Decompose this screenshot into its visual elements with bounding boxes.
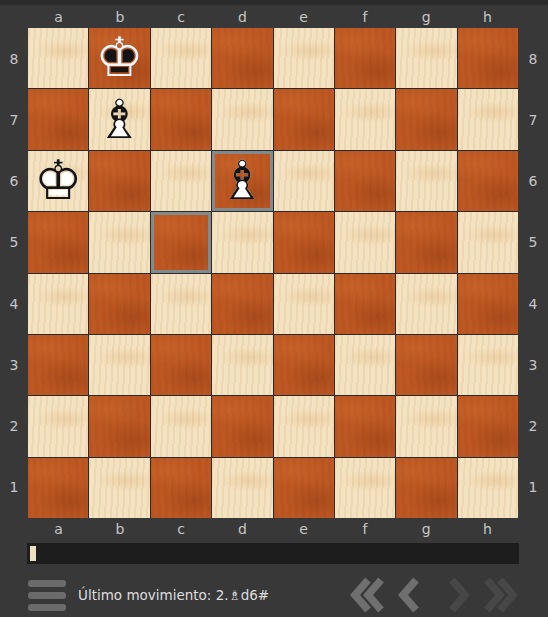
menu-button[interactable] — [28, 580, 66, 611]
square-h2[interactable] — [458, 396, 518, 456]
square-h6[interactable] — [458, 151, 518, 211]
rank-label-4: 4 — [518, 296, 548, 312]
square-f6[interactable] — [335, 151, 395, 211]
square-b6[interactable] — [89, 151, 149, 211]
square-c8[interactable] — [151, 28, 211, 88]
file-label-g: g — [396, 9, 457, 25]
square-c4[interactable] — [151, 274, 211, 334]
square-b3[interactable] — [89, 335, 149, 395]
square-d3[interactable] — [212, 335, 272, 395]
square-a7[interactable] — [28, 89, 88, 149]
square-e1[interactable] — [274, 458, 334, 518]
square-c1[interactable] — [151, 458, 211, 518]
square-e5[interactable] — [274, 212, 334, 272]
rank-label-3: 3 — [0, 357, 28, 373]
rank-label-2: 2 — [518, 418, 548, 434]
square-c3[interactable] — [151, 335, 211, 395]
file-label-c: c — [151, 521, 212, 537]
file-label-d: d — [212, 9, 273, 25]
file-label-f: f — [334, 9, 395, 25]
black-king[interactable]: ♚♔ — [89, 28, 149, 88]
square-g5[interactable] — [396, 212, 456, 272]
square-b5[interactable] — [89, 212, 149, 272]
file-label-f: f — [334, 521, 395, 537]
rank-label-5: 5 — [0, 234, 28, 250]
square-g8[interactable] — [396, 28, 456, 88]
square-b4[interactable] — [89, 274, 149, 334]
rank-label-8: 8 — [0, 51, 28, 67]
next-move-icon — [447, 576, 470, 614]
square-e8[interactable] — [274, 28, 334, 88]
square-e7[interactable] — [274, 89, 334, 149]
square-g2[interactable] — [396, 396, 456, 456]
square-d1[interactable] — [212, 458, 272, 518]
last-move-icon — [482, 576, 518, 614]
move-navigation — [350, 576, 518, 614]
square-b1[interactable] — [89, 458, 149, 518]
square-f7[interactable] — [335, 89, 395, 149]
square-f1[interactable] — [335, 458, 395, 518]
rank-label-1: 1 — [518, 479, 548, 495]
rank-label-6: 6 — [518, 173, 548, 189]
square-d4[interactable] — [212, 274, 272, 334]
square-a4[interactable] — [28, 274, 88, 334]
square-g6[interactable] — [396, 151, 456, 211]
square-g4[interactable] — [396, 274, 456, 334]
rank-label-7: 7 — [0, 112, 28, 128]
file-label-b: b — [89, 521, 150, 537]
square-d7[interactable] — [212, 89, 272, 149]
file-label-c: c — [151, 9, 212, 25]
white-bishop[interactable]: ♝♗ — [89, 89, 149, 149]
square-e2[interactable] — [274, 396, 334, 456]
rank-label-6: 6 — [0, 173, 28, 189]
first-move-icon — [350, 576, 386, 614]
square-a3[interactable] — [28, 335, 88, 395]
rank-label-7: 7 — [518, 112, 548, 128]
nav-previous-button[interactable] — [398, 576, 421, 614]
nav-next-button[interactable] — [447, 576, 470, 614]
file-label-h: h — [457, 521, 518, 537]
white-king[interactable]: ♚♔ — [28, 151, 88, 211]
square-g3[interactable] — [396, 335, 456, 395]
file-label-a: a — [28, 9, 89, 25]
square-g7[interactable] — [396, 89, 456, 149]
square-a6[interactable]: ♚♔ — [28, 151, 88, 211]
square-c6[interactable] — [151, 151, 211, 211]
rank-label-5: 5 — [518, 234, 548, 250]
square-f3[interactable] — [335, 335, 395, 395]
rank-label-3: 3 — [518, 357, 548, 373]
file-label-h: h — [457, 9, 518, 25]
square-a8[interactable] — [28, 28, 88, 88]
square-b2[interactable] — [89, 396, 149, 456]
white-bishop[interactable]: ♝♗ — [212, 151, 272, 211]
file-labels-bottom: abcdefgh — [0, 518, 548, 540]
file-label-d: d — [212, 521, 273, 537]
file-label-b: b — [89, 9, 150, 25]
square-f5[interactable] — [335, 212, 395, 272]
square-h7[interactable] — [458, 89, 518, 149]
square-f2[interactable] — [335, 396, 395, 456]
file-label-a: a — [28, 521, 89, 537]
square-a1[interactable] — [28, 458, 88, 518]
file-label-g: g — [396, 521, 457, 537]
square-d6[interactable]: ♝♗ — [212, 151, 272, 211]
square-c7[interactable] — [151, 89, 211, 149]
square-c5[interactable] — [151, 212, 211, 272]
file-labels-top: abcdefgh — [0, 5, 548, 28]
rank-labels-left: 87654321 — [0, 28, 28, 518]
scrubber-marker[interactable] — [30, 546, 36, 561]
square-h4[interactable] — [458, 274, 518, 334]
square-h5[interactable] — [458, 212, 518, 272]
hamburger-icon — [28, 580, 66, 587]
square-f8[interactable] — [335, 28, 395, 88]
rank-labels-right: 87654321 — [518, 28, 548, 518]
square-g1[interactable] — [396, 458, 456, 518]
square-h1[interactable] — [458, 458, 518, 518]
square-a2[interactable] — [28, 396, 88, 456]
last-move-label: Último movimiento: 2.♗d6# — [78, 587, 269, 603]
square-h3[interactable] — [458, 335, 518, 395]
rank-label-4: 4 — [0, 296, 28, 312]
chess-board[interactable]: ♚♔♝♗♚♔♝♗ — [28, 28, 518, 518]
nav-first-button[interactable] — [350, 576, 386, 614]
square-d5[interactable] — [212, 212, 272, 272]
move-scrubber[interactable] — [27, 543, 519, 564]
square-d8[interactable] — [212, 28, 272, 88]
nav-last-button[interactable] — [482, 576, 518, 614]
square-b8[interactable]: ♚♔ — [89, 28, 149, 88]
file-label-e: e — [273, 521, 334, 537]
square-c2[interactable] — [151, 396, 211, 456]
square-b7[interactable]: ♝♗ — [89, 89, 149, 149]
square-d2[interactable] — [212, 396, 272, 456]
file-label-e: e — [273, 9, 334, 25]
previous-move-icon — [398, 576, 421, 614]
rank-label-1: 1 — [0, 479, 28, 495]
rank-label-8: 8 — [518, 51, 548, 67]
square-h8[interactable] — [458, 28, 518, 88]
square-e6[interactable] — [274, 151, 334, 211]
square-f4[interactable] — [335, 274, 395, 334]
square-a5[interactable] — [28, 212, 88, 272]
square-e3[interactable] — [274, 335, 334, 395]
square-e4[interactable] — [274, 274, 334, 334]
rank-label-2: 2 — [0, 418, 28, 434]
